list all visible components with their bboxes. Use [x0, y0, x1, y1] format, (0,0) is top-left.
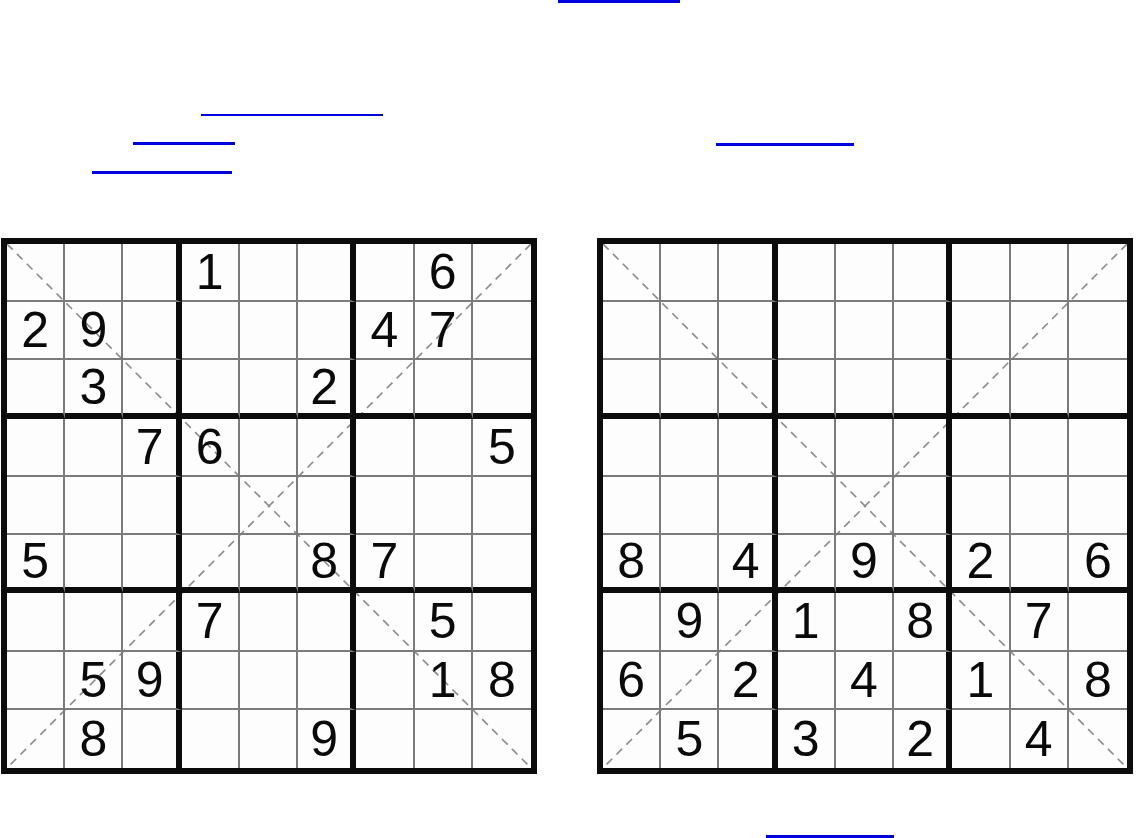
board-right-cell-r4c6	[894, 419, 952, 477]
board-left-cell-r3c4	[182, 360, 240, 418]
board-left-cell-r1c5	[240, 244, 298, 302]
top-partial-link[interactable]	[558, 0, 680, 3]
board-right-cell-r3c8	[1011, 360, 1069, 418]
board-right-cell-r6c5: 9	[836, 535, 894, 593]
board-right-cell-r4c5	[836, 419, 894, 477]
board-left-cell-r9c8	[415, 710, 473, 768]
board-left-cell-r8c6	[298, 652, 356, 710]
board-left-cell-r7c1	[7, 593, 65, 651]
board-left-cell-r9c3	[123, 710, 181, 768]
board-left-cell-r8c7	[356, 652, 414, 710]
board-left-cell-r2c9	[473, 302, 531, 360]
sudoku-board-right: 849269187624185324	[597, 238, 1133, 774]
board-left-cell-r3c1	[7, 360, 65, 418]
board-left-cell-r8c2: 5	[65, 652, 123, 710]
board-left-cell-r7c4: 7	[182, 593, 240, 651]
board-left-cell-r7c2	[65, 593, 123, 651]
board-right-cell-r8c1: 6	[603, 652, 661, 710]
board-left-cell-r1c2	[65, 244, 123, 302]
board-left-cell-r7c7	[356, 593, 414, 651]
board-right-cell-r5c5	[836, 477, 894, 535]
board-left-cell-r7c8: 5	[415, 593, 473, 651]
board-left-cell-r6c9	[473, 535, 531, 593]
left-link-2[interactable]	[133, 142, 235, 145]
board-left-cell-r4c7	[356, 419, 414, 477]
board-right-cell-r4c7	[952, 419, 1010, 477]
board-right-cell-r9c3	[719, 710, 777, 768]
board-left-cell-r7c9	[473, 593, 531, 651]
board-right-cell-r6c7: 2	[952, 535, 1010, 593]
board-right-cell-r7c7	[952, 593, 1010, 651]
board-right-cell-r4c8	[1011, 419, 1069, 477]
board-right-cell-r6c2	[661, 535, 719, 593]
board-left-cell-r5c8	[415, 477, 473, 535]
board-right-cell-r1c8	[1011, 244, 1069, 302]
board-right-cell-r7c2: 9	[661, 593, 719, 651]
board-left-cell-r1c6	[298, 244, 356, 302]
puzzle-page: 1629473276558775591889 84926918762418532…	[0, 0, 1136, 838]
board-left-cell-r2c1: 2	[7, 302, 65, 360]
board-left-cell-r2c7: 4	[356, 302, 414, 360]
board-right-cell-r5c7	[952, 477, 1010, 535]
board-left-cell-r3c5	[240, 360, 298, 418]
board-right-cell-r3c6	[894, 360, 952, 418]
board-right-cell-r4c3	[719, 419, 777, 477]
board-right-cell-r1c3	[719, 244, 777, 302]
board-right-cell-r7c4: 1	[778, 593, 836, 651]
left-link-1[interactable]	[201, 114, 383, 116]
sudoku-board-left: 1629473276558775591889	[1, 238, 537, 774]
board-left-cell-r1c1	[7, 244, 65, 302]
board-right-cell-r2c1	[603, 302, 661, 360]
board-left-cell-r4c9: 5	[473, 419, 531, 477]
board-right-cell-r5c9	[1069, 477, 1127, 535]
board-left-cell-r3c6: 2	[298, 360, 356, 418]
board-right-cell-r7c8: 7	[1011, 593, 1069, 651]
board-right-cell-r2c9	[1069, 302, 1127, 360]
board-left-cell-r1c4: 1	[182, 244, 240, 302]
sudoku-grid-left: 1629473276558775591889	[7, 244, 531, 768]
board-right-cell-r3c2	[661, 360, 719, 418]
board-right-cell-r8c3: 2	[719, 652, 777, 710]
board-right-cell-r3c7	[952, 360, 1010, 418]
board-right-cell-r6c6	[894, 535, 952, 593]
board-right-cell-r9c9	[1069, 710, 1127, 768]
board-left-cell-r8c9: 8	[473, 652, 531, 710]
board-right-cell-r5c6	[894, 477, 952, 535]
board-left-cell-r6c3	[123, 535, 181, 593]
board-right-cell-r5c2	[661, 477, 719, 535]
board-right-cell-r6c1: 8	[603, 535, 661, 593]
board-right-cell-r7c5	[836, 593, 894, 651]
board-right-cell-r6c3: 4	[719, 535, 777, 593]
board-left-cell-r6c7: 7	[356, 535, 414, 593]
board-right-cell-r2c7	[952, 302, 1010, 360]
board-right-cell-r7c9	[1069, 593, 1127, 651]
board-left-cell-r1c3	[123, 244, 181, 302]
board-left-cell-r5c9	[473, 477, 531, 535]
board-left-cell-r5c2	[65, 477, 123, 535]
board-right-cell-r8c7: 1	[952, 652, 1010, 710]
board-left-cell-r8c5	[240, 652, 298, 710]
board-right-cell-r3c9	[1069, 360, 1127, 418]
board-right-cell-r1c4	[778, 244, 836, 302]
board-right-cell-r9c1	[603, 710, 661, 768]
board-right-cell-r3c5	[836, 360, 894, 418]
board-left-cell-r5c1	[7, 477, 65, 535]
board-left-cell-r3c7	[356, 360, 414, 418]
board-left-cell-r6c4	[182, 535, 240, 593]
board-left-cell-r8c8: 1	[415, 652, 473, 710]
board-left-cell-r4c5	[240, 419, 298, 477]
board-right-cell-r8c5: 4	[836, 652, 894, 710]
board-left-cell-r4c3: 7	[123, 419, 181, 477]
board-right-cell-r2c8	[1011, 302, 1069, 360]
board-left-cell-r9c1	[7, 710, 65, 768]
board-left-cell-r9c2: 8	[65, 710, 123, 768]
board-right-cell-r8c8	[1011, 652, 1069, 710]
board-right-cell-r1c5	[836, 244, 894, 302]
board-left-cell-r9c4	[182, 710, 240, 768]
board-right-cell-r6c8	[1011, 535, 1069, 593]
board-right-cell-r1c7	[952, 244, 1010, 302]
board-right-cell-r2c6	[894, 302, 952, 360]
board-left-cell-r8c1	[7, 652, 65, 710]
board-right-cell-r3c4	[778, 360, 836, 418]
board-left-cell-r9c7	[356, 710, 414, 768]
board-right-cell-r8c2	[661, 652, 719, 710]
right-link[interactable]	[716, 143, 854, 146]
board-right-cell-r4c1	[603, 419, 661, 477]
board-left-cell-r2c4	[182, 302, 240, 360]
board-right-cell-r7c3	[719, 593, 777, 651]
board-right-cell-r7c6: 8	[894, 593, 952, 651]
board-left-cell-r7c5	[240, 593, 298, 651]
board-right-cell-r1c6	[894, 244, 952, 302]
board-left-cell-r7c3	[123, 593, 181, 651]
board-left-cell-r2c5	[240, 302, 298, 360]
board-left-cell-r6c2	[65, 535, 123, 593]
board-right-cell-r6c4	[778, 535, 836, 593]
board-right-cell-r4c9	[1069, 419, 1127, 477]
board-right-cell-r9c2: 5	[661, 710, 719, 768]
board-left-cell-r3c9	[473, 360, 531, 418]
board-right-cell-r8c6	[894, 652, 952, 710]
board-left-cell-r5c7	[356, 477, 414, 535]
board-left-cell-r4c2	[65, 419, 123, 477]
board-left-cell-r4c4: 6	[182, 419, 240, 477]
board-left-cell-r4c8	[415, 419, 473, 477]
board-left-cell-r5c6	[298, 477, 356, 535]
board-left-cell-r5c3	[123, 477, 181, 535]
board-left-cell-r6c6: 8	[298, 535, 356, 593]
board-right-cell-r3c3	[719, 360, 777, 418]
board-right-cell-r4c4	[778, 419, 836, 477]
board-left-cell-r7c6	[298, 593, 356, 651]
sudoku-grid-right: 849269187624185324	[603, 244, 1127, 768]
board-right-cell-r8c4	[778, 652, 836, 710]
board-right-cell-r3c1	[603, 360, 661, 418]
board-left-cell-r4c1	[7, 419, 65, 477]
board-left-cell-r6c5	[240, 535, 298, 593]
board-left-cell-r2c3	[123, 302, 181, 360]
board-right-cell-r9c4: 3	[778, 710, 836, 768]
board-left-cell-r1c8: 6	[415, 244, 473, 302]
board-left-cell-r2c2: 9	[65, 302, 123, 360]
board-right-cell-r1c9	[1069, 244, 1127, 302]
board-left-cell-r8c3: 9	[123, 652, 181, 710]
board-right-cell-r5c8	[1011, 477, 1069, 535]
board-right-cell-r2c4	[778, 302, 836, 360]
board-left-cell-r5c4	[182, 477, 240, 535]
left-link-3[interactable]	[92, 171, 232, 174]
board-left-cell-r4c6	[298, 419, 356, 477]
board-right-cell-r9c8: 4	[1011, 710, 1069, 768]
board-right-cell-r2c3	[719, 302, 777, 360]
board-right-cell-r2c2	[661, 302, 719, 360]
board-right-cell-r5c3	[719, 477, 777, 535]
board-left-cell-r6c8	[415, 535, 473, 593]
board-right-cell-r2c5	[836, 302, 894, 360]
board-right-cell-r5c4	[778, 477, 836, 535]
board-right-cell-r7c1	[603, 593, 661, 651]
board-right-cell-r1c1	[603, 244, 661, 302]
board-right-cell-r1c2	[661, 244, 719, 302]
board-left-cell-r2c6	[298, 302, 356, 360]
board-left-cell-r5c5	[240, 477, 298, 535]
board-left-cell-r8c4	[182, 652, 240, 710]
board-right-cell-r6c9: 6	[1069, 535, 1127, 593]
board-left-cell-r9c5	[240, 710, 298, 768]
board-right-cell-r5c1	[603, 477, 661, 535]
board-right-cell-r9c6: 2	[894, 710, 952, 768]
board-right-cell-r9c5	[836, 710, 894, 768]
board-right-cell-r9c7	[952, 710, 1010, 768]
board-left-cell-r9c6: 9	[298, 710, 356, 768]
board-left-cell-r9c9	[473, 710, 531, 768]
board-left-cell-r6c1: 5	[7, 535, 65, 593]
board-left-cell-r1c9	[473, 244, 531, 302]
board-left-cell-r3c3	[123, 360, 181, 418]
board-left-cell-r2c8: 7	[415, 302, 473, 360]
board-left-cell-r1c7	[356, 244, 414, 302]
board-right-cell-r4c2	[661, 419, 719, 477]
board-right-cell-r8c9: 8	[1069, 652, 1127, 710]
board-left-cell-r3c8	[415, 360, 473, 418]
board-left-cell-r3c2: 3	[65, 360, 123, 418]
